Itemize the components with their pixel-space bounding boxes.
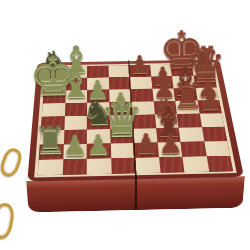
copper-pawn[interactable]: ♟: [198, 87, 222, 113]
brass-pawn[interactable]: ♟: [86, 131, 111, 159]
square-e1[interactable]: [135, 157, 160, 173]
copper-pawn[interactable]: ♟: [129, 52, 151, 77]
square-h4[interactable]: [199, 113, 224, 127]
square-f1[interactable]: [159, 157, 185, 173]
chess-board: ♞♝♟♚♜♟♛♚♝♟♟♝♟♟♜♟♞♞♛♝♜♟♟♟♟: [27, 59, 244, 181]
square-b2[interactable]: ♟: [63, 144, 87, 159]
square-h2[interactable]: [204, 141, 230, 156]
square-d1[interactable]: [111, 158, 136, 174]
square-h1[interactable]: [206, 156, 233, 172]
square-a1[interactable]: [38, 159, 63, 175]
square-f2[interactable]: ♟: [157, 142, 182, 157]
brass-clasp-icon[interactable]: [0, 146, 24, 179]
case-front-face: [26, 176, 245, 212]
square-b1[interactable]: [62, 159, 87, 175]
square-c1[interactable]: [87, 158, 111, 174]
square-d2[interactable]: [110, 143, 134, 158]
brass-clasp-icon[interactable]: [0, 202, 16, 241]
square-d3[interactable]: ♛: [110, 129, 134, 144]
square-e8[interactable]: ♟: [129, 65, 151, 77]
product-photo-chess-set: ♞♝♟♚♜♟♛♚♝♟♟♝♟♟♜♟♞♞♛♝♜♟♟♟♟: [0, 0, 250, 250]
square-e7[interactable]: [130, 77, 152, 90]
square-a5[interactable]: [42, 103, 65, 117]
square-c2[interactable]: ♟: [87, 143, 111, 158]
square-e2[interactable]: ♟: [134, 142, 159, 157]
square-h5[interactable]: ♟: [197, 100, 222, 114]
board-frame: ♞♝♟♚♜♟♛♚♝♟♟♝♟♟♜♟♞♞♛♝♜♟♟♟♟: [27, 59, 244, 181]
square-g2[interactable]: [181, 142, 207, 157]
copper-pawn[interactable]: ♟: [134, 130, 159, 158]
square-d8[interactable]: [108, 65, 130, 77]
case-front-seam: [135, 179, 137, 210]
square-a2[interactable]: ♜: [39, 144, 64, 159]
brass-pawn[interactable]: ♟: [62, 131, 87, 159]
square-h3[interactable]: [202, 127, 228, 142]
square-g1[interactable]: [182, 156, 208, 172]
copper-pawn[interactable]: ♟: [158, 129, 183, 157]
